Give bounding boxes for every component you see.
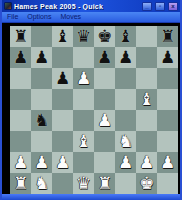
square-g2[interactable]: ♟ — [136, 152, 157, 173]
piece-black-pawn[interactable]: ♟ — [55, 68, 70, 89]
piece-black-rook[interactable]: ♜ — [13, 26, 28, 47]
square-h5[interactable] — [157, 89, 178, 110]
app-window: Hames Peak 2005 - Quick _ ▫ x File Optio… — [0, 0, 182, 200]
piece-black-bishop[interactable]: ♝ — [118, 26, 133, 47]
square-a8[interactable]: ♜ — [10, 26, 31, 47]
square-c1[interactable] — [52, 173, 73, 194]
square-f6[interactable] — [115, 68, 136, 89]
square-a7[interactable]: ♟ — [10, 47, 31, 68]
square-c4[interactable] — [52, 110, 73, 131]
piece-white-pawn[interactable]: ♟ — [13, 152, 28, 173]
square-e1[interactable]: ♜ — [94, 173, 115, 194]
square-c7[interactable] — [52, 47, 73, 68]
menu-file[interactable]: File — [7, 12, 18, 22]
square-d8[interactable]: ♛ — [73, 26, 94, 47]
square-h4[interactable] — [157, 110, 178, 131]
minimize-button[interactable]: _ — [142, 2, 152, 11]
app-icon — [4, 2, 12, 10]
square-a2[interactable]: ♟ — [10, 152, 31, 173]
square-d6[interactable]: ♟ — [73, 68, 94, 89]
square-b8[interactable] — [31, 26, 52, 47]
maximize-button[interactable]: ▫ — [155, 2, 165, 11]
square-g6[interactable] — [136, 68, 157, 89]
piece-black-king[interactable]: ♚ — [97, 26, 112, 47]
square-f4[interactable] — [115, 110, 136, 131]
menu-bar: File Options Moves — [2, 12, 180, 23]
square-b1[interactable]: ♞ — [31, 173, 52, 194]
square-e3[interactable] — [94, 131, 115, 152]
square-a5[interactable] — [10, 89, 31, 110]
square-a4[interactable] — [10, 110, 31, 131]
piece-white-knight[interactable]: ♞ — [34, 173, 49, 194]
square-b3[interactable] — [31, 131, 52, 152]
square-d4[interactable] — [73, 110, 94, 131]
piece-white-pawn[interactable]: ♟ — [160, 152, 175, 173]
window-title: Hames Peak 2005 - Quick — [14, 3, 139, 10]
square-g1[interactable]: ♚ — [136, 173, 157, 194]
piece-black-pawn[interactable]: ♟ — [13, 47, 28, 68]
menu-moves[interactable]: Moves — [60, 12, 81, 22]
piece-black-knight[interactable]: ♞ — [34, 110, 49, 131]
square-d3[interactable]: ♝ — [73, 131, 94, 152]
square-g7[interactable] — [136, 47, 157, 68]
square-b6[interactable] — [31, 68, 52, 89]
piece-white-knight[interactable]: ♞ — [118, 131, 133, 152]
piece-white-pawn[interactable]: ♟ — [97, 110, 112, 131]
square-e5[interactable] — [94, 89, 115, 110]
piece-black-bishop[interactable]: ♝ — [55, 26, 70, 47]
piece-black-rook[interactable]: ♜ — [160, 26, 175, 47]
square-e4[interactable]: ♟ — [94, 110, 115, 131]
square-c3[interactable] — [52, 131, 73, 152]
piece-white-rook[interactable]: ♜ — [13, 173, 28, 194]
piece-black-pawn[interactable]: ♟ — [97, 47, 112, 68]
board-frame: ♜♝♛♚♝♜♟♟♟♟♟♟♟♝♞♟♝♞♟♟♟♟♟♟♜♞♛♜♚ — [2, 23, 180, 194]
square-h2[interactable]: ♟ — [157, 152, 178, 173]
square-e7[interactable]: ♟ — [94, 47, 115, 68]
square-d1[interactable]: ♛ — [73, 173, 94, 194]
menu-options[interactable]: Options — [27, 12, 51, 22]
square-b5[interactable] — [31, 89, 52, 110]
square-f2[interactable]: ♟ — [115, 152, 136, 173]
square-c6[interactable]: ♟ — [52, 68, 73, 89]
piece-white-pawn[interactable]: ♟ — [55, 152, 70, 173]
square-e2[interactable] — [94, 152, 115, 173]
window-bottom-border — [2, 194, 180, 200]
square-d2[interactable] — [73, 152, 94, 173]
piece-white-bishop[interactable]: ♝ — [76, 131, 91, 152]
square-d5[interactable] — [73, 89, 94, 110]
chess-board: ♜♝♛♚♝♜♟♟♟♟♟♟♟♝♞♟♝♞♟♟♟♟♟♟♜♞♛♜♚ — [10, 26, 178, 194]
square-b4[interactable]: ♞ — [31, 110, 52, 131]
square-f8[interactable]: ♝ — [115, 26, 136, 47]
title-bar: Hames Peak 2005 - Quick _ ▫ x — [2, 0, 180, 12]
square-f3[interactable]: ♞ — [115, 131, 136, 152]
square-g3[interactable] — [136, 131, 157, 152]
piece-white-pawn[interactable]: ♟ — [76, 68, 91, 89]
piece-black-pawn[interactable]: ♟ — [160, 47, 175, 68]
square-a3[interactable] — [10, 131, 31, 152]
piece-white-queen[interactable]: ♛ — [76, 173, 91, 194]
square-f5[interactable] — [115, 89, 136, 110]
square-f7[interactable]: ♟ — [115, 47, 136, 68]
square-h7[interactable]: ♟ — [157, 47, 178, 68]
piece-white-rook[interactable]: ♜ — [97, 173, 112, 194]
square-a6[interactable] — [10, 68, 31, 89]
square-h3[interactable] — [157, 131, 178, 152]
square-c8[interactable]: ♝ — [52, 26, 73, 47]
square-c2[interactable]: ♟ — [52, 152, 73, 173]
piece-white-bishop[interactable]: ♝ — [139, 89, 154, 110]
square-g5[interactable]: ♝ — [136, 89, 157, 110]
square-g4[interactable] — [136, 110, 157, 131]
close-button[interactable]: x — [168, 2, 178, 11]
piece-white-king[interactable]: ♚ — [139, 173, 154, 194]
square-h1[interactable] — [157, 173, 178, 194]
square-c5[interactable] — [52, 89, 73, 110]
square-g8[interactable] — [136, 26, 157, 47]
square-e6[interactable] — [94, 68, 115, 89]
square-h6[interactable] — [157, 68, 178, 89]
square-b2[interactable]: ♟ — [31, 152, 52, 173]
piece-white-pawn[interactable]: ♟ — [34, 152, 49, 173]
square-f1[interactable] — [115, 173, 136, 194]
piece-black-pawn[interactable]: ♟ — [34, 47, 49, 68]
piece-black-pawn[interactable]: ♟ — [118, 47, 133, 68]
piece-white-pawn[interactable]: ♟ — [118, 152, 133, 173]
piece-black-queen[interactable]: ♛ — [76, 26, 91, 47]
square-d7[interactable] — [73, 47, 94, 68]
piece-white-pawn[interactable]: ♟ — [139, 152, 154, 173]
square-e8[interactable]: ♚ — [94, 26, 115, 47]
square-a1[interactable]: ♜ — [10, 173, 31, 194]
square-h8[interactable]: ♜ — [157, 26, 178, 47]
square-b7[interactable]: ♟ — [31, 47, 52, 68]
